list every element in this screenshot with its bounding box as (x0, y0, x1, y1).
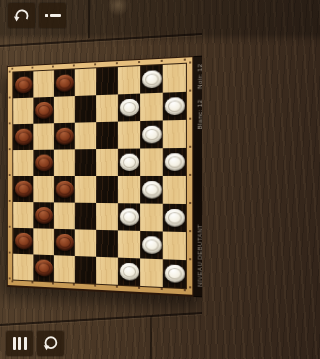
nail-dot (189, 230, 192, 233)
dark-checker[interactable] (15, 181, 32, 197)
board-square-r6c2[interactable] (33, 202, 54, 229)
wood-seam (0, 312, 202, 327)
nail-dot (189, 202, 192, 205)
board-square-r7c2[interactable] (33, 228, 54, 255)
bullet-bar-icon (45, 14, 61, 17)
stats-button[interactable] (6, 331, 33, 356)
board-square-r5c3[interactable] (54, 176, 75, 203)
board-square-r1c1[interactable] (13, 71, 33, 98)
dark-checker[interactable] (35, 102, 53, 119)
board-square-r2c3[interactable] (54, 96, 75, 123)
board-square-r5c4[interactable] (75, 176, 96, 203)
nail-dot (52, 66, 54, 68)
board-square-r1c4[interactable] (75, 68, 96, 96)
nail-dot (189, 258, 192, 261)
board-square-r2c7[interactable] (140, 93, 163, 121)
board-square-r7c3[interactable] (54, 229, 75, 256)
white-checker[interactable] (119, 263, 138, 281)
board-square-r6c6[interactable] (118, 203, 140, 231)
board-square-r6c3[interactable] (54, 202, 75, 229)
white-checker[interactable] (119, 99, 138, 117)
board-square-r7c7[interactable] (140, 231, 163, 259)
board-square-r6c7[interactable] (140, 203, 163, 231)
dark-checker[interactable] (55, 181, 73, 198)
board-side-panel: Blanc: 12Noir: 12 NIVEAU DEBUTANT (193, 55, 202, 297)
piece-count-label: Blanc: 12Noir: 12 (196, 64, 202, 130)
nail-dot (9, 226, 11, 228)
undo-arrow-icon (13, 7, 30, 24)
nail-dot (94, 63, 96, 66)
black-count: Noir: 12 (196, 64, 202, 90)
nail-dot (189, 61, 192, 64)
board-square-r3c5[interactable] (96, 122, 118, 149)
board-square-r2c2[interactable] (33, 97, 54, 124)
board-square-r3c8[interactable] (163, 120, 186, 148)
board-square-r4c6[interactable] (118, 149, 140, 176)
board-square-r2c4[interactable] (75, 95, 96, 122)
board-square-r8c1[interactable] (13, 254, 33, 281)
board-square-r6c8[interactable] (163, 204, 186, 232)
board-square-r4c3[interactable] (54, 149, 75, 176)
dark-checker[interactable] (35, 207, 53, 224)
white-checker[interactable] (119, 154, 138, 171)
nail-dot (9, 148, 11, 150)
board-square-r3c1[interactable] (13, 124, 33, 150)
nail-dot (9, 277, 11, 279)
board-square-r4c2[interactable] (33, 150, 54, 176)
nail-dot (138, 61, 140, 64)
moves-list-button[interactable] (39, 3, 66, 28)
board-3d-wrap: Blanc: 12Noir: 12 NIVEAU DEBUTANT (7, 55, 202, 297)
nail-dot (189, 90, 192, 93)
dark-checker[interactable] (55, 128, 73, 145)
board-square-r8c4[interactable] (75, 256, 96, 284)
board-square-r8c5[interactable] (96, 257, 118, 285)
nail-dot (189, 146, 192, 149)
board-square-r1c6[interactable] (118, 66, 140, 94)
white-checker[interactable] (164, 264, 184, 282)
board-square-r8c3[interactable] (54, 255, 75, 282)
board-square-r4c1[interactable] (13, 150, 33, 176)
white-checker[interactable] (142, 181, 162, 199)
board-square-r2c6[interactable] (118, 94, 140, 122)
board-square-r6c4[interactable] (75, 203, 96, 230)
white-checker[interactable] (142, 70, 162, 88)
board-square-r4c5[interactable] (96, 149, 118, 176)
nail-dot (9, 71, 11, 73)
wood-seam (88, 0, 90, 38)
board-square-r5c2[interactable] (33, 176, 54, 202)
board-square-r3c2[interactable] (33, 123, 54, 150)
board-square-r8c6[interactable] (118, 258, 140, 286)
wood-seam (150, 316, 152, 359)
white-checker[interactable] (164, 209, 184, 227)
board-square-r4c4[interactable] (75, 149, 96, 176)
white-checker[interactable] (142, 236, 162, 254)
board-square-r5c5[interactable] (96, 176, 118, 203)
board-square-r5c1[interactable] (13, 176, 33, 202)
restart-button[interactable] (37, 331, 64, 356)
board-square-r3c4[interactable] (75, 122, 96, 149)
white-checker[interactable] (142, 126, 162, 144)
board-square-r7c8[interactable] (163, 232, 186, 261)
dark-checker[interactable] (35, 155, 53, 172)
board-square-r1c5[interactable] (96, 67, 118, 95)
wood-seam (0, 33, 202, 48)
dark-checker[interactable] (15, 76, 32, 93)
dark-checker[interactable] (55, 234, 73, 251)
nail-dot (189, 286, 192, 289)
nail-dot (9, 97, 11, 99)
board-square-r5c8[interactable] (163, 176, 186, 204)
board-frame (7, 56, 193, 297)
nail-dot (9, 200, 11, 202)
board-square-r4c7[interactable] (140, 148, 163, 176)
board-square-r6c1[interactable] (13, 202, 33, 228)
board-square-r5c7[interactable] (140, 176, 163, 204)
board-square-r1c2[interactable] (33, 70, 54, 97)
nail-dot (116, 62, 118, 65)
nail-dot (9, 174, 11, 176)
nail-dot (184, 59, 187, 62)
board-square-r1c3[interactable] (54, 69, 75, 96)
board-square-r3c6[interactable] (118, 121, 140, 149)
board-square-r2c1[interactable] (13, 98, 33, 125)
circular-arrow-icon (42, 335, 59, 352)
board-square-r6c5[interactable] (96, 203, 118, 230)
white-count: Blanc: 12 (196, 99, 202, 129)
dark-checker[interactable] (15, 129, 32, 146)
nail-dot (161, 60, 163, 63)
board-square-r7c4[interactable] (75, 229, 96, 256)
checkers-board (12, 63, 187, 290)
dark-checker[interactable] (35, 259, 53, 276)
board-square-r1c8[interactable] (163, 64, 186, 93)
undo-button[interactable] (8, 3, 35, 28)
three-bars-icon (13, 337, 27, 350)
nail-dot (9, 252, 11, 254)
board-square-r8c8[interactable] (163, 259, 186, 288)
dark-checker[interactable] (15, 233, 32, 250)
white-checker[interactable] (164, 153, 184, 171)
white-checker[interactable] (119, 208, 138, 226)
board-square-r7c1[interactable] (13, 228, 33, 255)
board-square-r7c5[interactable] (96, 230, 118, 258)
white-checker[interactable] (164, 97, 184, 115)
nail-dot (11, 68, 13, 70)
nail-dot (73, 64, 75, 66)
nail-dot (189, 118, 192, 121)
board-square-r3c7[interactable] (140, 120, 163, 148)
board-square-r8c2[interactable] (33, 254, 54, 281)
app-background: { "app": { "title": "Checkers (jeu de da… (0, 0, 202, 359)
board-square-r5c6[interactable] (118, 176, 140, 203)
board-square-r1c7[interactable] (140, 65, 163, 94)
nail-dot (189, 174, 192, 176)
board-square-r7c6[interactable] (118, 230, 140, 258)
board-square-r2c8[interactable] (163, 92, 186, 121)
nail-dot (9, 122, 11, 124)
dark-checker[interactable] (55, 74, 73, 91)
level-label: NIVEAU DEBUTANT (196, 224, 202, 287)
nail-dot (32, 67, 34, 69)
board-square-r2c5[interactable] (96, 94, 118, 122)
board-square-r3c3[interactable] (54, 123, 75, 150)
board-square-r4c8[interactable] (163, 148, 186, 176)
board-square-r8c7[interactable] (140, 258, 163, 287)
